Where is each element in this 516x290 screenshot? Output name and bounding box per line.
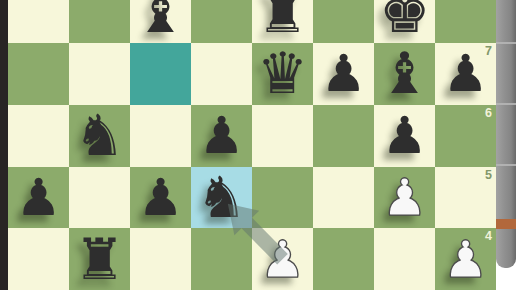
- square-d5[interactable]: ♞: [191, 167, 252, 229]
- square-b4[interactable]: ♜: [69, 228, 130, 290]
- square-g4[interactable]: [374, 228, 435, 290]
- piece-black-pawn-c5[interactable]: ♟: [130, 167, 191, 229]
- piece-black-bishop-c8[interactable]: ♝: [130, 0, 191, 43]
- square-h4[interactable]: 4♟: [435, 228, 496, 290]
- square-f8[interactable]: [313, 0, 374, 43]
- square-a6[interactable]: [8, 105, 69, 167]
- square-c4[interactable]: [130, 228, 191, 290]
- square-c5[interactable]: ♟: [130, 167, 191, 229]
- square-h6[interactable]: 6: [435, 105, 496, 167]
- square-h5[interactable]: 5: [435, 167, 496, 229]
- square-d6[interactable]: ♟: [191, 105, 252, 167]
- square-a7[interactable]: [8, 43, 69, 105]
- piece-black-king-g8[interactable]: ♚: [374, 0, 435, 43]
- scrollbar-thumb[interactable]: [496, 0, 516, 268]
- square-g5[interactable]: ♟: [374, 167, 435, 229]
- square-b8[interactable]: [69, 0, 130, 43]
- square-d7[interactable]: [191, 43, 252, 105]
- rank-label-5: 5: [485, 168, 492, 182]
- square-b7[interactable]: [69, 43, 130, 105]
- square-a4[interactable]: [8, 228, 69, 290]
- piece-black-knight-b6[interactable]: ♞: [69, 105, 130, 167]
- piece-white-pawn-e4[interactable]: ♟: [252, 228, 313, 290]
- piece-white-pawn-h4[interactable]: ♟: [435, 228, 496, 290]
- piece-black-queen-e7[interactable]: ♛: [252, 43, 313, 105]
- square-e5[interactable]: [252, 167, 313, 229]
- square-g7[interactable]: ♝: [374, 43, 435, 105]
- piece-black-knight-d5[interactable]: ♞: [191, 167, 252, 229]
- scrollbar-separator: [496, 103, 516, 105]
- piece-black-pawn-h7[interactable]: ♟: [435, 43, 496, 105]
- rank-label-6: 6: [485, 106, 492, 120]
- piece-black-rook-e8[interactable]: ♜: [252, 0, 313, 43]
- square-h8[interactable]: [435, 0, 496, 43]
- square-a5[interactable]: ♟: [8, 167, 69, 229]
- square-c8[interactable]: ♝: [130, 0, 191, 43]
- square-d8[interactable]: [191, 0, 252, 43]
- square-b6[interactable]: ♞: [69, 105, 130, 167]
- square-e8[interactable]: ♜: [252, 0, 313, 43]
- piece-white-pawn-g5[interactable]: ♟: [374, 167, 435, 229]
- square-f7[interactable]: ♟: [313, 43, 374, 105]
- square-f4[interactable]: [313, 228, 374, 290]
- piece-black-pawn-d6[interactable]: ♟: [191, 105, 252, 167]
- piece-black-pawn-f7[interactable]: ♟: [313, 43, 374, 105]
- board-grid: ♝♜♚♛♟♝7♟♞♟♟6♟♟♞♟5♜♟4♟: [8, 0, 496, 290]
- square-d4[interactable]: [191, 228, 252, 290]
- square-c7[interactable]: [130, 43, 191, 105]
- square-e7[interactable]: ♛: [252, 43, 313, 105]
- square-e4[interactable]: ♟: [252, 228, 313, 290]
- square-a8[interactable]: [8, 0, 69, 43]
- square-g6[interactable]: ♟: [374, 105, 435, 167]
- square-e6[interactable]: [252, 105, 313, 167]
- square-f5[interactable]: [313, 167, 374, 229]
- piece-black-pawn-a5[interactable]: ♟: [8, 167, 69, 229]
- chess-app-viewport: ♝♜♚♛♟♝7♟♞♟♟6♟♟♞♟5♜♟4♟: [0, 0, 516, 290]
- square-f6[interactable]: [313, 105, 374, 167]
- scrollbar-marker: [496, 219, 516, 229]
- page-edge: [0, 0, 8, 290]
- square-g8[interactable]: ♚: [374, 0, 435, 43]
- square-h7[interactable]: 7♟: [435, 43, 496, 105]
- square-b5[interactable]: [69, 167, 130, 229]
- chess-board[interactable]: ♝♜♚♛♟♝7♟♞♟♟6♟♟♞♟5♜♟4♟: [8, 0, 496, 290]
- piece-black-rook-b4[interactable]: ♜: [69, 228, 130, 290]
- square-c6[interactable]: [130, 105, 191, 167]
- piece-black-pawn-g6[interactable]: ♟: [374, 105, 435, 167]
- piece-black-bishop-g7[interactable]: ♝: [374, 43, 435, 105]
- scrollbar-track[interactable]: [496, 0, 516, 290]
- scrollbar-separator: [496, 42, 516, 44]
- scrollbar-separator: [496, 164, 516, 166]
